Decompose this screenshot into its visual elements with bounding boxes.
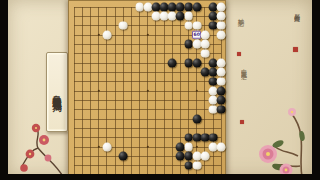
grid-line-vertical: [155, 7, 156, 175]
stone-white: [201, 152, 210, 161]
stone-black: [192, 115, 201, 124]
stone-white: [184, 143, 193, 152]
caption-far-right: 名局鑑賞: [292, 9, 301, 49]
stone-white: [201, 49, 210, 58]
seal-stamp-2: [240, 120, 244, 124]
stone-white: [119, 21, 128, 30]
stone-white: [103, 31, 112, 40]
go-board[interactable]: 60: [68, 0, 226, 177]
grid-line-vertical: [172, 7, 173, 175]
stone-white: [217, 3, 226, 12]
stone-white: [184, 12, 193, 21]
seal-stamp-1: [237, 52, 241, 56]
flower-branch-right: [244, 96, 312, 177]
stone-white: [217, 31, 226, 40]
caption-right-top: 妙手之局: [236, 13, 245, 55]
stone-white: [217, 143, 226, 152]
grid-line-vertical: [164, 7, 165, 175]
grid-line-horizontal: [74, 109, 221, 110]
video-frame: { "game": "go", "board": { "size": 19, "…: [0, 0, 320, 180]
stone-white: [201, 31, 210, 40]
stone-black: [192, 3, 201, 12]
stone-white: [217, 77, 226, 86]
stone-white: [217, 12, 226, 21]
stone-white: [192, 161, 201, 170]
stone-white: [103, 143, 112, 152]
stone-black: [192, 59, 201, 68]
flower-branch-left: [18, 120, 70, 177]
stone-white: [201, 40, 210, 49]
stone-white: [217, 68, 226, 77]
grid-line-horizontal: [74, 128, 221, 129]
stone-white: [217, 59, 226, 68]
stone-black: [217, 105, 226, 114]
stone-black: [217, 87, 226, 96]
stone-black: [168, 59, 177, 68]
stone-black: [119, 152, 128, 161]
stone-white: [192, 21, 201, 30]
stone-black: [217, 96, 226, 105]
scene-background: 烏鷺圍棋殘局 60 妙手之局 中盤大死活之争 名局鑑賞: [8, 0, 312, 177]
plaque-text: 烏鷺圍棋殘局: [52, 88, 62, 97]
grid-line-horizontal: [74, 100, 221, 101]
seal-stamp-3: [293, 47, 298, 52]
letterbox-bottom: [8, 174, 312, 177]
stone-black: [209, 133, 218, 142]
stone-white: [217, 21, 226, 30]
